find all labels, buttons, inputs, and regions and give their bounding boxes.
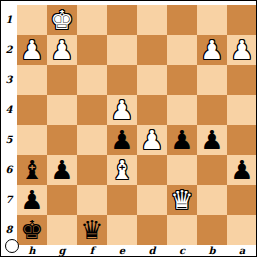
black-pawn[interactable]: ♟ — [227, 155, 257, 185]
file-label-b: b — [197, 245, 227, 257]
black-king[interactable]: ♚ — [17, 215, 47, 245]
square-c3[interactable] — [167, 65, 197, 95]
square-f4[interactable] — [77, 95, 107, 125]
rank-label-7: 7 — [1, 185, 17, 215]
square-d6[interactable] — [137, 155, 167, 185]
square-a8[interactable] — [227, 215, 257, 245]
square-a5[interactable] — [227, 125, 257, 155]
square-e3[interactable] — [107, 65, 137, 95]
square-f1[interactable] — [77, 5, 107, 35]
rank-label-4: 4 — [1, 95, 17, 125]
square-c6[interactable] — [167, 155, 197, 185]
square-h8[interactable]: ♚ — [17, 215, 47, 245]
square-d1[interactable] — [137, 5, 167, 35]
white-queen[interactable]: ♛ — [167, 185, 197, 215]
black-queen[interactable]: ♛ — [77, 215, 107, 245]
rank-label-1: 1 — [1, 5, 17, 35]
square-c4[interactable] — [167, 95, 197, 125]
square-g6[interactable]: ♟ — [47, 155, 77, 185]
square-b6[interactable] — [197, 155, 227, 185]
chess-board: ♚♟♟♟♟♟♟♟♟♟♝♟♝♟♟♛♚♛ — [17, 5, 257, 245]
white-to-move-indicator — [5, 239, 19, 253]
white-pawn[interactable]: ♟ — [47, 35, 77, 65]
square-a4[interactable] — [227, 95, 257, 125]
square-g4[interactable] — [47, 95, 77, 125]
square-a7[interactable] — [227, 185, 257, 215]
file-label-h: h — [17, 245, 47, 257]
black-pawn[interactable]: ♟ — [197, 125, 227, 155]
square-b7[interactable] — [197, 185, 227, 215]
square-f8[interactable]: ♛ — [77, 215, 107, 245]
square-c8[interactable] — [167, 215, 197, 245]
square-e5[interactable]: ♟ — [107, 125, 137, 155]
square-e1[interactable] — [107, 5, 137, 35]
square-h5[interactable] — [17, 125, 47, 155]
square-a6[interactable]: ♟ — [227, 155, 257, 185]
file-label-g: g — [47, 245, 77, 257]
chess-diagram: 12345678 ♚♟♟♟♟♟♟♟♟♟♝♟♝♟♟♛♚♛ hgfedcba — [0, 0, 257, 257]
square-e4[interactable]: ♟ — [107, 95, 137, 125]
square-g8[interactable] — [47, 215, 77, 245]
file-label-f: f — [77, 245, 107, 257]
square-h4[interactable] — [17, 95, 47, 125]
square-e2[interactable] — [107, 35, 137, 65]
white-pawn[interactable]: ♟ — [197, 35, 227, 65]
square-f3[interactable] — [77, 65, 107, 95]
square-e7[interactable] — [107, 185, 137, 215]
square-g5[interactable] — [47, 125, 77, 155]
square-d2[interactable] — [137, 35, 167, 65]
square-f5[interactable] — [77, 125, 107, 155]
white-pawn[interactable]: ♟ — [227, 35, 257, 65]
square-b8[interactable] — [197, 215, 227, 245]
square-g2[interactable]: ♟ — [47, 35, 77, 65]
square-g3[interactable] — [47, 65, 77, 95]
square-c2[interactable] — [167, 35, 197, 65]
white-pawn[interactable]: ♟ — [137, 125, 167, 155]
white-pawn[interactable]: ♟ — [17, 35, 47, 65]
square-d5[interactable]: ♟ — [137, 125, 167, 155]
square-c5[interactable]: ♟ — [167, 125, 197, 155]
square-b3[interactable] — [197, 65, 227, 95]
square-b2[interactable]: ♟ — [197, 35, 227, 65]
black-pawn[interactable]: ♟ — [17, 185, 47, 215]
black-bishop[interactable]: ♝ — [17, 155, 47, 185]
rank-label-6: 6 — [1, 155, 17, 185]
square-d3[interactable] — [137, 65, 167, 95]
square-c1[interactable] — [167, 5, 197, 35]
square-a3[interactable] — [227, 65, 257, 95]
square-b1[interactable] — [197, 5, 227, 35]
square-e6[interactable]: ♝ — [107, 155, 137, 185]
square-d8[interactable] — [137, 215, 167, 245]
white-pawn[interactable]: ♟ — [107, 95, 137, 125]
square-c7[interactable]: ♛ — [167, 185, 197, 215]
file-labels: hgfedcba — [17, 245, 257, 257]
square-f7[interactable] — [77, 185, 107, 215]
square-h3[interactable] — [17, 65, 47, 95]
square-a1[interactable] — [227, 5, 257, 35]
black-pawn[interactable]: ♟ — [167, 125, 197, 155]
square-e8[interactable] — [107, 215, 137, 245]
square-h7[interactable]: ♟ — [17, 185, 47, 215]
file-label-a: a — [227, 245, 257, 257]
file-label-d: d — [137, 245, 167, 257]
square-g1[interactable]: ♚ — [47, 5, 77, 35]
file-label-c: c — [167, 245, 197, 257]
white-bishop[interactable]: ♝ — [107, 155, 137, 185]
black-pawn[interactable]: ♟ — [47, 155, 77, 185]
rank-label-2: 2 — [1, 35, 17, 65]
square-b4[interactable] — [197, 95, 227, 125]
rank-label-3: 3 — [1, 65, 17, 95]
white-king[interactable]: ♚ — [47, 5, 77, 35]
square-b5[interactable]: ♟ — [197, 125, 227, 155]
rank-labels: 12345678 — [1, 5, 17, 245]
square-h2[interactable]: ♟ — [17, 35, 47, 65]
square-h6[interactable]: ♝ — [17, 155, 47, 185]
square-f2[interactable] — [77, 35, 107, 65]
square-a2[interactable]: ♟ — [227, 35, 257, 65]
file-label-e: e — [107, 245, 137, 257]
black-pawn[interactable]: ♟ — [107, 125, 137, 155]
square-h1[interactable] — [17, 5, 47, 35]
square-f6[interactable] — [77, 155, 107, 185]
square-g7[interactable] — [47, 185, 77, 215]
square-d4[interactable] — [137, 95, 167, 125]
square-d7[interactable] — [137, 185, 167, 215]
rank-label-5: 5 — [1, 125, 17, 155]
